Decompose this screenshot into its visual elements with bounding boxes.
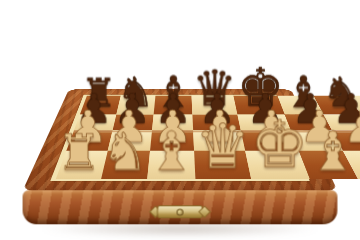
piece-white-queen[interactable]: ♛ bbox=[196, 118, 251, 176]
scene: ♜♞♝♛♚♝♞♜♟♟♟♟♟♟♟♟♟♟♟♟♟♟♟♟♜♞♝♛♚♝♞♜ bbox=[0, 0, 360, 240]
square-e1[interactable]: ♚ bbox=[245, 151, 310, 179]
square-d1[interactable]: ♛ bbox=[194, 151, 251, 179]
square-c1[interactable]: ♝ bbox=[147, 151, 195, 179]
square-b1[interactable]: ♞ bbox=[101, 151, 150, 179]
photo-stage: ♜♞♝♛♚♝♞♜♟♟♟♟♟♟♟♟♟♟♟♟♟♟♟♟♜♞♝♛♚♝♞♜ bbox=[0, 0, 360, 240]
square-a1[interactable]: ♜ bbox=[56, 151, 108, 179]
maple-inlay-border: ♜♞♝♛♚♝♞♜♟♟♟♟♟♟♟♟♟♟♟♟♟♟♟♟♜♞♝♛♚♝♞♜ bbox=[50, 95, 310, 182]
piece-white-knight[interactable]: ♞ bbox=[101, 127, 147, 176]
clasp-knob-icon bbox=[176, 208, 183, 215]
chess-box-top: ♜♞♝♛♚♝♞♜♟♟♟♟♟♟♟♟♟♟♟♟♟♟♟♟♜♞♝♛♚♝♞♜ bbox=[22, 89, 338, 192]
piece-white-rook[interactable]: ♜ bbox=[57, 129, 101, 176]
chess-box-front bbox=[23, 190, 338, 224]
piece-white-bishop[interactable]: ♝ bbox=[308, 125, 356, 176]
piece-white-bishop[interactable]: ♝ bbox=[148, 125, 196, 176]
piece-white-king[interactable]: ♚ bbox=[250, 114, 308, 176]
chess-board: ♜♞♝♛♚♝♞♜♟♟♟♟♟♟♟♟♟♟♟♟♟♟♟♟♜♞♝♛♚♝♞♜ bbox=[56, 96, 304, 179]
brass-clasp bbox=[151, 205, 209, 218]
piece-white-knight[interactable]: ♞ bbox=[356, 127, 360, 176]
